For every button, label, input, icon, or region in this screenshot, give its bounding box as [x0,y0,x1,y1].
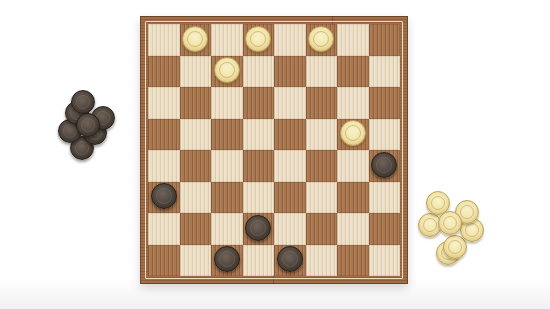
board-square-r0c0[interactable] [148,24,180,56]
board-square-r6c2[interactable] [211,213,243,245]
board-square-r3c7[interactable] [369,119,401,151]
board-square-r2c6[interactable] [337,87,369,119]
board-square-r6c4[interactable] [274,213,306,245]
photo-scene [0,0,550,309]
board-square-r6c3[interactable] [243,213,275,245]
board-grid [148,24,400,276]
board-square-r2c4[interactable] [274,87,306,119]
board-square-r0c6[interactable] [337,24,369,56]
captured-light-checker-7[interactable] [438,211,462,235]
board-square-r3c4[interactable] [274,119,306,151]
board-square-r5c6[interactable] [337,182,369,214]
board-square-r5c3[interactable] [243,182,275,214]
board-square-r1c6[interactable] [337,56,369,88]
board-square-r0c1[interactable] [180,24,212,56]
board-square-r4c2[interactable] [211,150,243,182]
captured-dark-checker-6[interactable] [71,90,95,114]
board-square-r5c1[interactable] [180,182,212,214]
board-square-r2c0[interactable] [148,87,180,119]
dark-checker-piece[interactable] [371,152,397,178]
dark-checker-piece[interactable] [151,183,177,209]
board-square-r5c7[interactable] [369,182,401,214]
board-square-r2c1[interactable] [180,87,212,119]
board-square-r3c0[interactable] [148,119,180,151]
light-checker-piece[interactable] [340,120,366,146]
checkers-board [140,16,408,284]
board-square-r7c4[interactable] [274,245,306,277]
board-square-r0c2[interactable] [211,24,243,56]
board-square-r1c7[interactable] [369,56,401,88]
board-square-r0c3[interactable] [243,24,275,56]
board-square-r4c4[interactable] [274,150,306,182]
board-square-r4c5[interactable] [306,150,338,182]
dark-checker-piece[interactable] [277,246,303,272]
board-square-r7c5[interactable] [306,245,338,277]
dark-checker-piece[interactable] [214,246,240,272]
light-checker-piece[interactable] [214,57,240,83]
board-square-r5c2[interactable] [211,182,243,214]
board-square-r7c6[interactable] [337,245,369,277]
board-square-r7c0[interactable] [148,245,180,277]
board-square-r2c7[interactable] [369,87,401,119]
light-checker-piece[interactable] [308,26,334,52]
board-square-r7c2[interactable] [211,245,243,277]
light-checker-piece[interactable] [182,26,208,52]
frame-joint-line-bottom [273,275,274,284]
board-square-r2c5[interactable] [306,87,338,119]
board-square-r0c7[interactable] [369,24,401,56]
board-square-r1c5[interactable] [306,56,338,88]
board-square-r5c0[interactable] [148,182,180,214]
board-square-r4c1[interactable] [180,150,212,182]
board-square-r7c3[interactable] [243,245,275,277]
board-square-r5c5[interactable] [306,182,338,214]
frame-joint-line-top [332,16,333,25]
board-square-r1c1[interactable] [180,56,212,88]
board-square-r4c7[interactable] [369,150,401,182]
board-square-r6c6[interactable] [337,213,369,245]
board-square-r2c2[interactable] [211,87,243,119]
dark-checker-piece[interactable] [245,215,271,241]
board-square-r4c3[interactable] [243,150,275,182]
board-square-r4c0[interactable] [148,150,180,182]
board-square-r0c4[interactable] [274,24,306,56]
board-square-r3c1[interactable] [180,119,212,151]
board-square-r5c4[interactable] [274,182,306,214]
board-square-r3c3[interactable] [243,119,275,151]
board-square-r6c0[interactable] [148,213,180,245]
board-square-r6c1[interactable] [180,213,212,245]
board-square-r4c6[interactable] [337,150,369,182]
board-square-r1c0[interactable] [148,56,180,88]
board-square-r3c2[interactable] [211,119,243,151]
board-square-r1c3[interactable] [243,56,275,88]
board-square-r7c1[interactable] [180,245,212,277]
board-square-r7c7[interactable] [369,245,401,277]
board-square-r3c5[interactable] [306,119,338,151]
board-square-r2c3[interactable] [243,87,275,119]
board-square-r0c5[interactable] [306,24,338,56]
board-square-r6c7[interactable] [369,213,401,245]
captured-dark-checker-7[interactable] [76,113,100,137]
board-square-r3c6[interactable] [337,119,369,151]
board-square-r6c5[interactable] [306,213,338,245]
board-square-r1c2[interactable] [211,56,243,88]
light-checker-piece[interactable] [245,26,271,52]
board-square-r1c4[interactable] [274,56,306,88]
